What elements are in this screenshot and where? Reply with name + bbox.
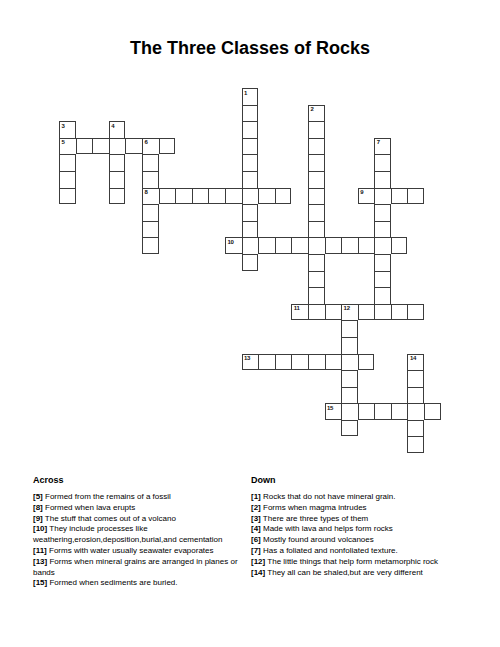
grid-cell[interactable]: [291, 354, 308, 371]
grid-cell[interactable]: [175, 188, 192, 205]
cell-number: 2: [310, 106, 313, 113]
down-header: Down: [251, 475, 488, 486]
grid-cell[interactable]: [341, 387, 358, 404]
clue-number: [11]: [33, 546, 47, 555]
grid-cell[interactable]: [308, 171, 325, 188]
grid-cell[interactable]: 6: [142, 138, 159, 155]
grid-cell[interactable]: [358, 304, 375, 321]
grid-cell[interactable]: [275, 354, 292, 371]
grid-cell[interactable]: [142, 154, 159, 171]
grid-cell[interactable]: [242, 171, 259, 188]
grid-cell[interactable]: 12: [341, 304, 358, 321]
clue-item-down-14: [14] They all can be shaled,but are very…: [251, 568, 488, 579]
grid-cell[interactable]: 3: [59, 121, 76, 138]
grid-cell[interactable]: [308, 237, 325, 254]
grid-cell[interactable]: [308, 254, 325, 271]
grid-cell[interactable]: [142, 221, 159, 238]
grid-cell[interactable]: [59, 154, 76, 171]
cell-number: 14: [410, 355, 416, 362]
grid-cell[interactable]: [258, 237, 275, 254]
grid-cell[interactable]: [109, 188, 126, 205]
grid-cell[interactable]: [142, 237, 159, 254]
clue-item-across-11: [11] Forms with water usually seawater e…: [33, 546, 253, 557]
grid-cell[interactable]: 11: [291, 304, 308, 321]
grid-cell[interactable]: 10: [225, 237, 242, 254]
grid-cell[interactable]: [192, 188, 209, 205]
grid-cell[interactable]: [109, 171, 126, 188]
grid-cell[interactable]: [242, 237, 259, 254]
grid-cell[interactable]: [92, 138, 109, 155]
clue-number: [5]: [33, 492, 43, 501]
grid-cell[interactable]: [258, 354, 275, 371]
grid-cell[interactable]: [242, 138, 259, 155]
cell-number: 15: [327, 405, 333, 412]
clue-item-down-4: [4] Made with lava and helps form rocks: [251, 524, 488, 535]
grid-cell[interactable]: [407, 420, 424, 437]
crossword-grid: 123456789101112131415: [59, 88, 441, 453]
clue-number: [2]: [251, 503, 261, 512]
grid-cell[interactable]: [358, 354, 375, 371]
grid-cell[interactable]: [374, 403, 391, 420]
grid-cell[interactable]: 8: [142, 188, 159, 205]
grid-cell[interactable]: [308, 271, 325, 288]
grid-cell[interactable]: [242, 154, 259, 171]
clue-item-down-1: [1] Rocks that do not have mineral grain…: [251, 492, 488, 503]
grid-cell[interactable]: [242, 188, 259, 205]
clue-item-across-5: [5] Formed from the remains of a fossil: [33, 492, 253, 503]
clue-number: [15]: [33, 578, 47, 587]
grid-cell[interactable]: 9: [358, 188, 375, 205]
grid-cell[interactable]: [341, 420, 358, 437]
clue-item-across-13: [13] Forms when mineral grains are arran…: [33, 557, 253, 579]
grid-cell[interactable]: [391, 304, 408, 321]
grid-cell[interactable]: [59, 171, 76, 188]
grid-cell[interactable]: 13: [242, 354, 259, 371]
grid-cell[interactable]: [159, 138, 176, 155]
grid-cell[interactable]: [308, 188, 325, 205]
grid-cell[interactable]: [391, 188, 408, 205]
clue-number: [9]: [33, 514, 43, 523]
grid-cell[interactable]: [308, 304, 325, 321]
grid-cell[interactable]: [341, 354, 358, 371]
grid-cell[interactable]: [407, 387, 424, 404]
grid-cell[interactable]: [242, 121, 259, 138]
grid-cell[interactable]: [109, 138, 126, 155]
grid-cell[interactable]: [374, 154, 391, 171]
puzzle-title: The Three Classes of Rocks: [0, 38, 500, 58]
grid-cell[interactable]: [242, 254, 259, 271]
clue-item-down-3: [3] There are three types of them: [251, 514, 488, 525]
cell-number: 8: [144, 189, 147, 196]
grid-cell[interactable]: [391, 237, 408, 254]
clue-number: [8]: [33, 503, 43, 512]
cell-number: 4: [111, 123, 114, 130]
grid-cell[interactable]: [424, 403, 441, 420]
grid-cell[interactable]: [308, 221, 325, 238]
clue-number: [12]: [251, 557, 265, 566]
clue-number: [3]: [251, 514, 261, 523]
grid-cell[interactable]: [341, 337, 358, 354]
clue-number: [4]: [251, 524, 261, 533]
grid-cell[interactable]: [258, 188, 275, 205]
grid-cell[interactable]: 14: [407, 354, 424, 371]
clue-item-across-10: [10] They include processes like weather…: [33, 524, 253, 546]
grid-cell[interactable]: [59, 188, 76, 205]
grid-cell[interactable]: [308, 204, 325, 221]
grid-cell[interactable]: [374, 204, 391, 221]
grid-cell[interactable]: [341, 370, 358, 387]
grid-cell[interactable]: [308, 121, 325, 138]
grid-cell[interactable]: [242, 204, 259, 221]
grid-cell[interactable]: [358, 403, 375, 420]
grid-cell[interactable]: [407, 436, 424, 453]
grid-cell[interactable]: [142, 204, 159, 221]
cell-number: 1: [244, 90, 247, 97]
clue-item-down-2: [2] Forms when magma intrudes: [251, 503, 488, 514]
grid-cell[interactable]: [275, 188, 292, 205]
clue-item-down-6: [6] Mostly found around volcanoes: [251, 535, 488, 546]
grid-cell[interactable]: [341, 237, 358, 254]
grid-cell[interactable]: [374, 188, 391, 205]
cell-number: 11: [294, 305, 300, 312]
grid-cell[interactable]: [374, 271, 391, 288]
grid-cell[interactable]: [242, 221, 259, 238]
crossword-worksheet: The Three Classes of Rocks 1234567891011…: [0, 0, 500, 647]
grid-cell[interactable]: [407, 188, 424, 205]
grid-cell[interactable]: [341, 403, 358, 420]
grid-cell[interactable]: [308, 138, 325, 155]
clue-item-down-7: [7] Has a foliated and nonfoliated textu…: [251, 546, 488, 557]
grid-cell[interactable]: 7: [374, 138, 391, 155]
grid-cell[interactable]: [325, 237, 342, 254]
grid-cell[interactable]: [325, 304, 342, 321]
grid-cell[interactable]: [391, 403, 408, 420]
grid-cell[interactable]: [142, 171, 159, 188]
cell-number: 9: [360, 189, 363, 196]
grid-cell[interactable]: [341, 320, 358, 337]
grid-cell[interactable]: [358, 237, 375, 254]
grid-cell[interactable]: [225, 188, 242, 205]
across-clues-section: Across [5] Formed from the remains of a …: [33, 475, 253, 589]
across-clue-list: [5] Formed from the remains of a fossil[…: [33, 492, 253, 589]
grid-cell[interactable]: [374, 171, 391, 188]
grid-cell[interactable]: [125, 138, 142, 155]
cell-number: 7: [377, 139, 380, 146]
cell-number: 13: [244, 355, 250, 362]
clue-item-across-9: [9] The stuff that comes out of a volcan…: [33, 514, 253, 525]
cell-number: 10: [227, 239, 233, 246]
grid-cell[interactable]: [208, 188, 225, 205]
grid-cell[interactable]: [109, 154, 126, 171]
grid-cell[interactable]: [407, 304, 424, 321]
grid-cell[interactable]: [374, 304, 391, 321]
clue-number: [13]: [33, 557, 47, 566]
cell-number: 6: [144, 139, 147, 146]
clue-number: [14]: [251, 568, 265, 577]
grid-cell[interactable]: 15: [325, 403, 342, 420]
clue-item-down-12: [12] The little things that help form me…: [251, 557, 488, 568]
grid-cell[interactable]: [374, 287, 391, 304]
grid-cell[interactable]: [308, 354, 325, 371]
grid-cell[interactable]: [374, 237, 391, 254]
grid-cell[interactable]: 2: [308, 105, 325, 122]
grid-cell[interactable]: 4: [109, 121, 126, 138]
across-header: Across: [33, 475, 253, 486]
clue-number: [1]: [251, 492, 261, 501]
clue-item-across-8: [8] Formed when lava erupts: [33, 503, 253, 514]
grid-cell[interactable]: [407, 370, 424, 387]
clue-number: [10]: [33, 524, 47, 533]
grid-cell[interactable]: [242, 105, 259, 122]
grid-cell[interactable]: [159, 188, 176, 205]
cell-number: 5: [62, 139, 65, 146]
grid-cell[interactable]: [308, 154, 325, 171]
grid-cell[interactable]: [275, 237, 292, 254]
grid-cell[interactable]: [374, 221, 391, 238]
grid-cell[interactable]: [308, 287, 325, 304]
clue-number: [6]: [251, 535, 261, 544]
down-clues-section: Down [1] Rocks that do not have mineral …: [251, 475, 488, 578]
down-clue-list: [1] Rocks that do not have mineral grain…: [251, 492, 488, 578]
grid-cell[interactable]: [374, 254, 391, 271]
grid-cell[interactable]: 5: [59, 138, 76, 155]
grid-cell[interactable]: 1: [242, 88, 259, 105]
clue-item-across-15: [15] Formed when sediments are buried.: [33, 578, 253, 589]
grid-cell[interactable]: [325, 354, 342, 371]
grid-cell[interactable]: [291, 237, 308, 254]
cell-number: 3: [62, 123, 65, 130]
grid-cell[interactable]: [407, 403, 424, 420]
cell-number: 12: [344, 305, 350, 312]
grid-cell[interactable]: [76, 138, 93, 155]
clue-number: [7]: [251, 546, 261, 555]
